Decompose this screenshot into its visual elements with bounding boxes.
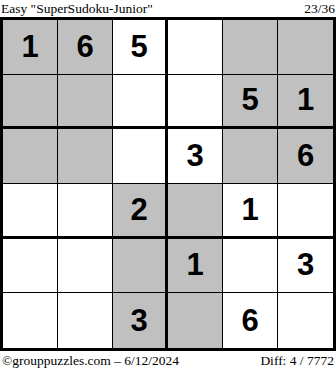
cell-r4c1[interactable]: [3, 184, 58, 239]
cell-r1c6[interactable]: [278, 20, 333, 75]
cell-r2c2[interactable]: [58, 75, 113, 130]
cell-r2c6: 1: [278, 75, 333, 130]
cell-r5c4: 1: [168, 239, 223, 294]
copyright-date: ©grouppuzzles.com – 6/12/2024: [2, 353, 179, 369]
cell-r5c1[interactable]: [3, 239, 58, 294]
cell-r3c5[interactable]: [223, 129, 278, 184]
cell-r6c6[interactable]: [278, 293, 333, 348]
cell-r5c3[interactable]: [113, 239, 168, 294]
cell-r3c1[interactable]: [3, 129, 58, 184]
cell-r3c6: 6: [278, 129, 333, 184]
cell-r6c2[interactable]: [58, 293, 113, 348]
puzzle-title: Easy "SuperSudoku-Junior": [1, 1, 153, 16]
cell-r4c6[interactable]: [278, 184, 333, 239]
cell-r3c3[interactable]: [113, 129, 168, 184]
cell-r3c2[interactable]: [58, 129, 113, 184]
header: Easy "SuperSudoku-Junior" 23/36: [0, 0, 336, 17]
cell-r6c4[interactable]: [168, 293, 223, 348]
puzzle-number: 23/36: [304, 1, 335, 16]
cell-r4c5: 1: [223, 184, 278, 239]
cell-r2c3[interactable]: [113, 75, 168, 130]
cell-r1c4[interactable]: [168, 20, 223, 75]
cell-r2c5: 5: [223, 75, 278, 130]
footer: ©grouppuzzles.com – 6/12/2024 Diff: 4 / …: [0, 351, 336, 370]
cell-r1c2: 6: [58, 20, 113, 75]
difficulty: Diff: 4 / 7772: [260, 353, 334, 369]
cell-r5c6: 3: [278, 239, 333, 294]
cell-r6c1[interactable]: [3, 293, 58, 348]
cell-r6c3: 3: [113, 293, 168, 348]
cell-r6c5: 6: [223, 293, 278, 348]
sudoku-board: 1655136211336: [0, 17, 336, 351]
cell-r5c5[interactable]: [223, 239, 278, 294]
cell-r1c1: 1: [3, 20, 58, 75]
cell-r1c3: 5: [113, 20, 168, 75]
cell-r2c4[interactable]: [168, 75, 223, 130]
puzzle-page: Easy "SuperSudoku-Junior" 23/36 16551362…: [0, 0, 336, 370]
cell-r4c4[interactable]: [168, 184, 223, 239]
cell-r5c2[interactable]: [58, 239, 113, 294]
cell-r1c5[interactable]: [223, 20, 278, 75]
cell-r4c3: 2: [113, 184, 168, 239]
cell-r2c1[interactable]: [3, 75, 58, 130]
cell-r3c4: 3: [168, 129, 223, 184]
cell-r4c2[interactable]: [58, 184, 113, 239]
